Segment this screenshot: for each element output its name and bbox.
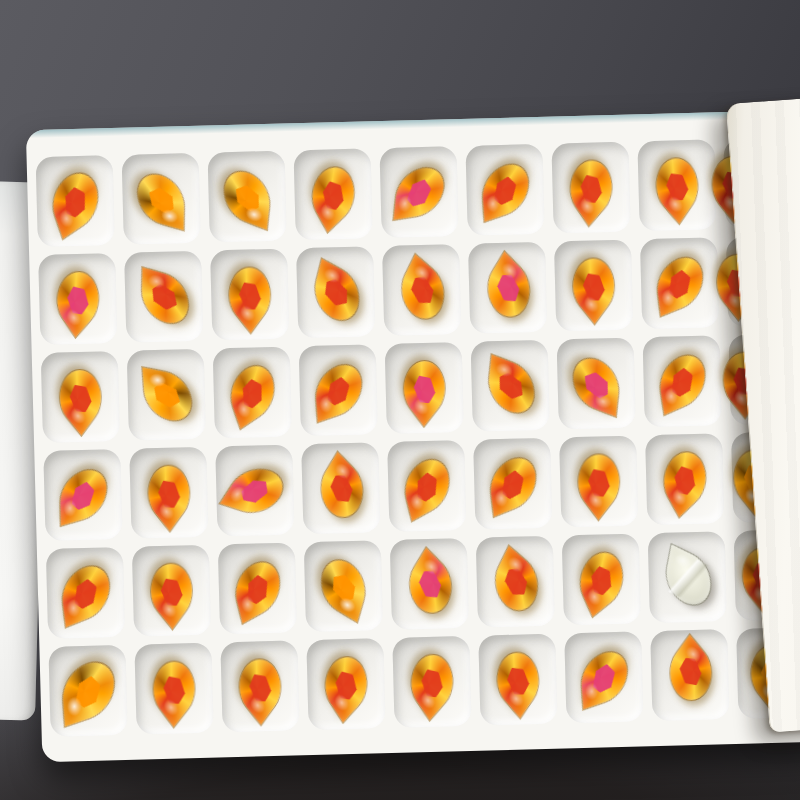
gem-facets <box>220 464 292 519</box>
rhinestone-gem-r4c8 <box>651 438 720 522</box>
rhinestone-gem-r6c8 <box>660 633 720 710</box>
gem-facets <box>142 367 192 424</box>
tray-cell-r4c4 <box>297 439 386 539</box>
tray-cell-r5c6 <box>472 533 561 633</box>
tray-cell-r5c8 <box>644 528 733 628</box>
tray-cell-r1c1 <box>31 152 120 252</box>
tray-cell-r6c6 <box>474 631 563 731</box>
tray-cell-r4c5 <box>383 437 472 537</box>
tray-cell-r6c5 <box>388 633 477 733</box>
tray-cell-r6c1 <box>44 642 133 742</box>
tray-cell-r2c1 <box>34 250 123 350</box>
tray-cell-r1c5 <box>375 143 464 243</box>
tray-cell-r3c8 <box>638 332 727 432</box>
gem-facets <box>394 254 451 328</box>
gem-facets <box>657 443 714 518</box>
tray-cell-r5c2 <box>128 542 217 642</box>
tray-cell-r3c5 <box>381 339 470 439</box>
rhinestone-gem-r2c7 <box>564 248 624 325</box>
rhinestone-gem-r4c7 <box>570 444 629 520</box>
tray-cell-r1c2 <box>117 150 206 250</box>
tray-cell-r3c6 <box>466 337 555 437</box>
gem-facets <box>60 560 112 628</box>
tray-cell-r3c2 <box>123 346 212 446</box>
gem-facets <box>574 543 630 617</box>
rhinestone-gem-r5c5 <box>397 544 463 626</box>
gem-facets <box>141 267 188 328</box>
tray-cell-r2c7 <box>550 236 639 336</box>
tray-cell-r4c2 <box>125 444 214 544</box>
photo-scene <box>0 0 800 800</box>
tray-cell-r1c7 <box>547 138 636 238</box>
gem-facets <box>565 249 623 325</box>
tray-cell-r4c1 <box>39 446 128 546</box>
rhinestone-gem-r6c6 <box>487 641 550 720</box>
gem-facets <box>393 166 445 221</box>
gem-facets <box>487 545 544 619</box>
tray-cell-r1c6 <box>461 141 550 241</box>
tray-cell-r2c3 <box>206 245 295 345</box>
tray-cell-r5c7 <box>558 530 647 630</box>
gem-facets <box>570 444 628 520</box>
rhinestone-gem-r5c2 <box>142 553 202 630</box>
tray-cell-r4c8 <box>641 430 730 530</box>
gem-facets <box>488 452 538 517</box>
gem-facets <box>396 351 454 427</box>
gem-facets <box>305 158 362 233</box>
gem-facets <box>140 456 198 532</box>
rhinestone-gem-r2c1 <box>47 260 110 339</box>
tray-cell-r1c3 <box>203 147 292 247</box>
tray-cell-r6c3 <box>216 637 305 737</box>
gem-facets <box>49 262 107 338</box>
gem-facets <box>481 159 529 222</box>
gem-facets <box>47 165 104 240</box>
rhinestone-gem-r3c5 <box>395 351 454 427</box>
gem-facets <box>146 652 204 728</box>
gem-facets <box>649 148 707 224</box>
rhinestone-gem-r2c3 <box>220 257 280 334</box>
gem-facets <box>563 151 621 227</box>
gem-facets <box>479 251 537 326</box>
tray-cell-r4c7 <box>555 432 644 532</box>
gem-facets <box>223 165 272 230</box>
tray-cell-r5c4 <box>300 537 389 637</box>
gem-facets <box>404 645 462 721</box>
gem-facets <box>572 352 621 417</box>
tray-cell-r6c4 <box>302 635 391 735</box>
rhinestone-gem-r3c1 <box>51 359 111 436</box>
tray-grid <box>31 134 800 742</box>
gem-facets <box>232 649 290 725</box>
rhinestone-gem-r1c4 <box>299 153 368 237</box>
tray-cell-r3c3 <box>209 343 298 443</box>
rhinestone-tray <box>26 110 800 762</box>
gem-facets <box>489 643 547 719</box>
gem-facets <box>221 258 279 334</box>
rhinestone-gem-r1c8 <box>646 147 709 226</box>
tray-cell-r2c4 <box>292 243 381 343</box>
gem-facets <box>313 451 371 526</box>
gem-facets <box>317 552 371 623</box>
gem-facets <box>401 547 459 622</box>
rhinestone-gem-r1c7 <box>560 149 623 228</box>
gem-facets <box>486 354 535 419</box>
rhinestone-gem-r4c2 <box>139 455 199 532</box>
tray-cell-r5c5 <box>386 535 475 635</box>
gem-facets <box>143 554 201 630</box>
gem-facets <box>231 555 284 625</box>
tray-cell-r5c3 <box>214 539 303 639</box>
rhinestone-gem-r6c2 <box>145 651 204 727</box>
gem-facets <box>657 349 708 416</box>
tray-cell-r4c3 <box>211 441 300 541</box>
gem-facets <box>662 544 714 612</box>
rhinestone-gem-r6c4 <box>315 645 379 725</box>
gem-facets <box>580 647 628 710</box>
tray-cell-r2c5 <box>378 241 467 341</box>
tray-cell-r3c7 <box>552 334 641 434</box>
tray-cell-r6c8 <box>646 626 735 726</box>
gem-facets <box>655 252 705 317</box>
gem-facets <box>315 360 363 423</box>
tray-cell-r2c2 <box>120 248 209 348</box>
gem-facets <box>138 169 185 230</box>
rhinestone-gem-r6c3 <box>231 649 291 726</box>
tray-cell-r3c1 <box>37 348 126 448</box>
gem-facets <box>661 634 719 710</box>
gem-facets <box>401 452 454 522</box>
gem-facets <box>225 357 280 429</box>
gem-facets <box>62 656 116 727</box>
tray-cell-r3c4 <box>295 341 384 441</box>
tray-cell-r5c1 <box>42 544 131 644</box>
rhinestone-gem-r6c5 <box>401 643 464 722</box>
gem-facets <box>60 465 107 526</box>
rhinestone-gem-r2c6 <box>475 248 541 330</box>
rhinestone-gem-r4c4 <box>308 448 374 530</box>
tray-cell-r6c7 <box>560 628 649 728</box>
gem-facets <box>318 647 376 723</box>
tray-cell-r4c6 <box>469 435 558 535</box>
tray-cell-r2c6 <box>464 239 553 339</box>
tray-cell-r6c2 <box>130 640 219 740</box>
gem-facets <box>52 360 110 436</box>
tray-cell-r1c4 <box>289 145 378 245</box>
gem-facets <box>310 258 363 328</box>
